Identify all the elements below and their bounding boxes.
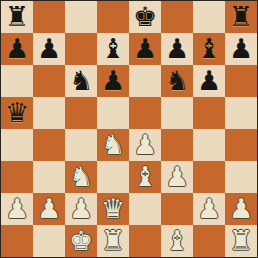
square-g6[interactable]: ♟ [193, 65, 225, 97]
square-h1[interactable]: ♜ [225, 225, 257, 257]
piece-black-pawn: ♟ [101, 65, 125, 97]
square-g4[interactable] [193, 129, 225, 161]
square-h7[interactable]: ♟ [225, 33, 257, 65]
piece-white-pawn: ♟ [197, 193, 221, 225]
piece-black-pawn: ♟ [165, 33, 189, 65]
square-e4[interactable]: ♟ [129, 129, 161, 161]
square-g1[interactable] [193, 225, 225, 257]
piece-white-pawn: ♟ [5, 193, 29, 225]
square-b3[interactable] [33, 161, 65, 193]
square-e5[interactable] [129, 97, 161, 129]
square-g2[interactable]: ♟ [193, 193, 225, 225]
square-h8[interactable]: ♜ [225, 1, 257, 33]
square-a5[interactable]: ♛ [1, 97, 33, 129]
square-d6[interactable]: ♟ [97, 65, 129, 97]
piece-black-pawn: ♟ [37, 33, 61, 65]
square-d4[interactable]: ♞ [97, 129, 129, 161]
piece-black-rook: ♜ [229, 1, 253, 33]
piece-white-rook: ♜ [101, 225, 125, 257]
square-b2[interactable]: ♟ [33, 193, 65, 225]
square-h6[interactable] [225, 65, 257, 97]
square-h4[interactable] [225, 129, 257, 161]
square-a1[interactable] [1, 225, 33, 257]
square-h5[interactable] [225, 97, 257, 129]
square-c3[interactable]: ♞ [65, 161, 97, 193]
piece-white-pawn: ♟ [37, 193, 61, 225]
square-f8[interactable] [161, 1, 193, 33]
square-h2[interactable]: ♟ [225, 193, 257, 225]
piece-white-king: ♚ [69, 225, 93, 257]
piece-white-pawn: ♟ [69, 193, 93, 225]
piece-white-bishop: ♝ [165, 225, 189, 257]
square-e8[interactable]: ♚ [129, 1, 161, 33]
square-f6[interactable]: ♞ [161, 65, 193, 97]
piece-black-pawn: ♟ [133, 33, 157, 65]
piece-white-pawn: ♟ [165, 161, 189, 193]
square-h3[interactable] [225, 161, 257, 193]
square-b7[interactable]: ♟ [33, 33, 65, 65]
square-d2[interactable]: ♛ [97, 193, 129, 225]
square-d8[interactable] [97, 1, 129, 33]
square-f5[interactable] [161, 97, 193, 129]
square-e3[interactable]: ♝ [129, 161, 161, 193]
square-a7[interactable]: ♟ [1, 33, 33, 65]
square-c8[interactable] [65, 1, 97, 33]
square-c2[interactable]: ♟ [65, 193, 97, 225]
piece-black-bishop: ♝ [101, 33, 125, 65]
piece-black-knight: ♞ [165, 65, 189, 97]
piece-white-pawn: ♟ [133, 129, 157, 161]
square-f3[interactable]: ♟ [161, 161, 193, 193]
square-e2[interactable] [129, 193, 161, 225]
piece-white-knight: ♞ [69, 161, 93, 193]
square-f1[interactable]: ♝ [161, 225, 193, 257]
chess-board: ♜♚♜♟♟♝♟♟♝♟♞♟♞♟♛♞♟♞♝♟♟♟♟♛♟♟♚♜♝♜ [0, 0, 258, 258]
piece-black-knight: ♞ [69, 65, 93, 97]
piece-black-rook: ♜ [5, 1, 29, 33]
square-f2[interactable] [161, 193, 193, 225]
piece-black-pawn: ♟ [229, 33, 253, 65]
square-b4[interactable] [33, 129, 65, 161]
square-e1[interactable] [129, 225, 161, 257]
piece-black-bishop: ♝ [197, 33, 221, 65]
square-d1[interactable]: ♜ [97, 225, 129, 257]
square-d5[interactable] [97, 97, 129, 129]
piece-white-knight: ♞ [101, 129, 125, 161]
square-f7[interactable]: ♟ [161, 33, 193, 65]
piece-black-pawn: ♟ [197, 65, 221, 97]
square-f4[interactable] [161, 129, 193, 161]
square-a2[interactable]: ♟ [1, 193, 33, 225]
square-c6[interactable]: ♞ [65, 65, 97, 97]
square-a3[interactable] [1, 161, 33, 193]
square-b1[interactable] [33, 225, 65, 257]
piece-white-queen: ♛ [101, 193, 125, 225]
square-c4[interactable] [65, 129, 97, 161]
square-a6[interactable] [1, 65, 33, 97]
square-b6[interactable] [33, 65, 65, 97]
square-g8[interactable] [193, 1, 225, 33]
piece-black-queen: ♛ [5, 97, 29, 129]
piece-white-pawn: ♟ [229, 193, 253, 225]
square-e7[interactable]: ♟ [129, 33, 161, 65]
piece-black-king: ♚ [133, 1, 157, 33]
square-a4[interactable] [1, 129, 33, 161]
square-g5[interactable] [193, 97, 225, 129]
square-c7[interactable] [65, 33, 97, 65]
square-b5[interactable] [33, 97, 65, 129]
square-b8[interactable] [33, 1, 65, 33]
square-g7[interactable]: ♝ [193, 33, 225, 65]
square-e6[interactable] [129, 65, 161, 97]
piece-white-rook: ♜ [229, 225, 253, 257]
square-d3[interactable] [97, 161, 129, 193]
square-a8[interactable]: ♜ [1, 1, 33, 33]
square-c1[interactable]: ♚ [65, 225, 97, 257]
piece-black-pawn: ♟ [5, 33, 29, 65]
square-d7[interactable]: ♝ [97, 33, 129, 65]
piece-white-bishop: ♝ [133, 161, 157, 193]
square-c5[interactable] [65, 97, 97, 129]
square-g3[interactable] [193, 161, 225, 193]
